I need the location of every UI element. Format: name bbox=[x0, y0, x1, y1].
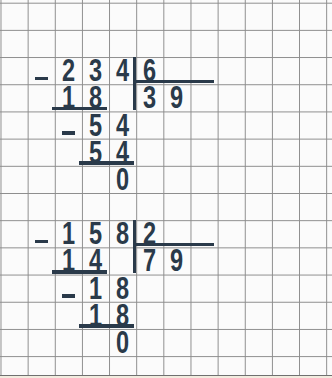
grid-digit: 4 bbox=[112, 111, 133, 138]
subtraction-underline bbox=[79, 161, 134, 165]
subtraction-underline bbox=[52, 270, 107, 274]
grid-digit: 8 bbox=[112, 275, 133, 302]
minus-sign bbox=[55, 275, 82, 302]
grid-digit: 9 bbox=[167, 84, 188, 111]
worksheet-grid: 23461839545401582147918180 bbox=[1, 3, 327, 356]
division-bracket-vertical bbox=[133, 220, 137, 273]
grid-digit: 0 bbox=[112, 166, 133, 193]
page-bottom-edge bbox=[0, 375, 332, 378]
grid-digit: 1 bbox=[85, 275, 106, 302]
minus-sign bbox=[28, 220, 55, 247]
grid-digit: 5 bbox=[85, 111, 106, 138]
minus-bar bbox=[35, 240, 48, 244]
minus-bar bbox=[62, 294, 75, 298]
grid-digit: 3 bbox=[139, 84, 160, 111]
minus-sign bbox=[55, 111, 82, 138]
grid-digit: 1 bbox=[58, 220, 79, 247]
division-bracket-vertical bbox=[133, 57, 137, 110]
subtraction-underline bbox=[52, 107, 107, 111]
grid-digit: 8 bbox=[112, 220, 133, 247]
grid-digit: 0 bbox=[112, 329, 133, 356]
grid-digit: 4 bbox=[112, 57, 133, 84]
minus-bar bbox=[35, 77, 48, 81]
grid-digit: 3 bbox=[85, 57, 106, 84]
grid-digit: 2 bbox=[58, 57, 79, 84]
grid-digit: 5 bbox=[85, 220, 106, 247]
subtraction-underline bbox=[79, 324, 134, 328]
minus-sign bbox=[28, 57, 55, 84]
grid-digit: 9 bbox=[167, 247, 188, 274]
minus-bar bbox=[62, 131, 75, 135]
grid-digit: 7 bbox=[139, 247, 160, 274]
division-bracket-horizontal bbox=[135, 243, 213, 247]
division-bracket-horizontal bbox=[135, 80, 213, 84]
worksheet: 23461839545401582147918180 bbox=[0, 0, 332, 378]
